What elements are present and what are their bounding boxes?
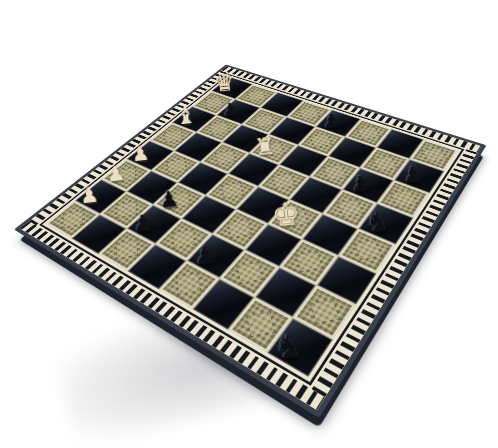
piece-black-pawn-h7: ♟ <box>393 163 432 188</box>
piece-black-pawn-g6: ♟ <box>340 172 379 198</box>
piece-black-pawn-e2: ♟ <box>183 242 227 270</box>
chessboard-photo: ♛♟♟♟♝♜♟♞♟♚♟♟♟♟♟♞ <box>88 16 428 356</box>
product-photo: ♛♟♟♟♝♜♟♞♟♚♟♟♟♟♟♞ <box>0 0 498 448</box>
